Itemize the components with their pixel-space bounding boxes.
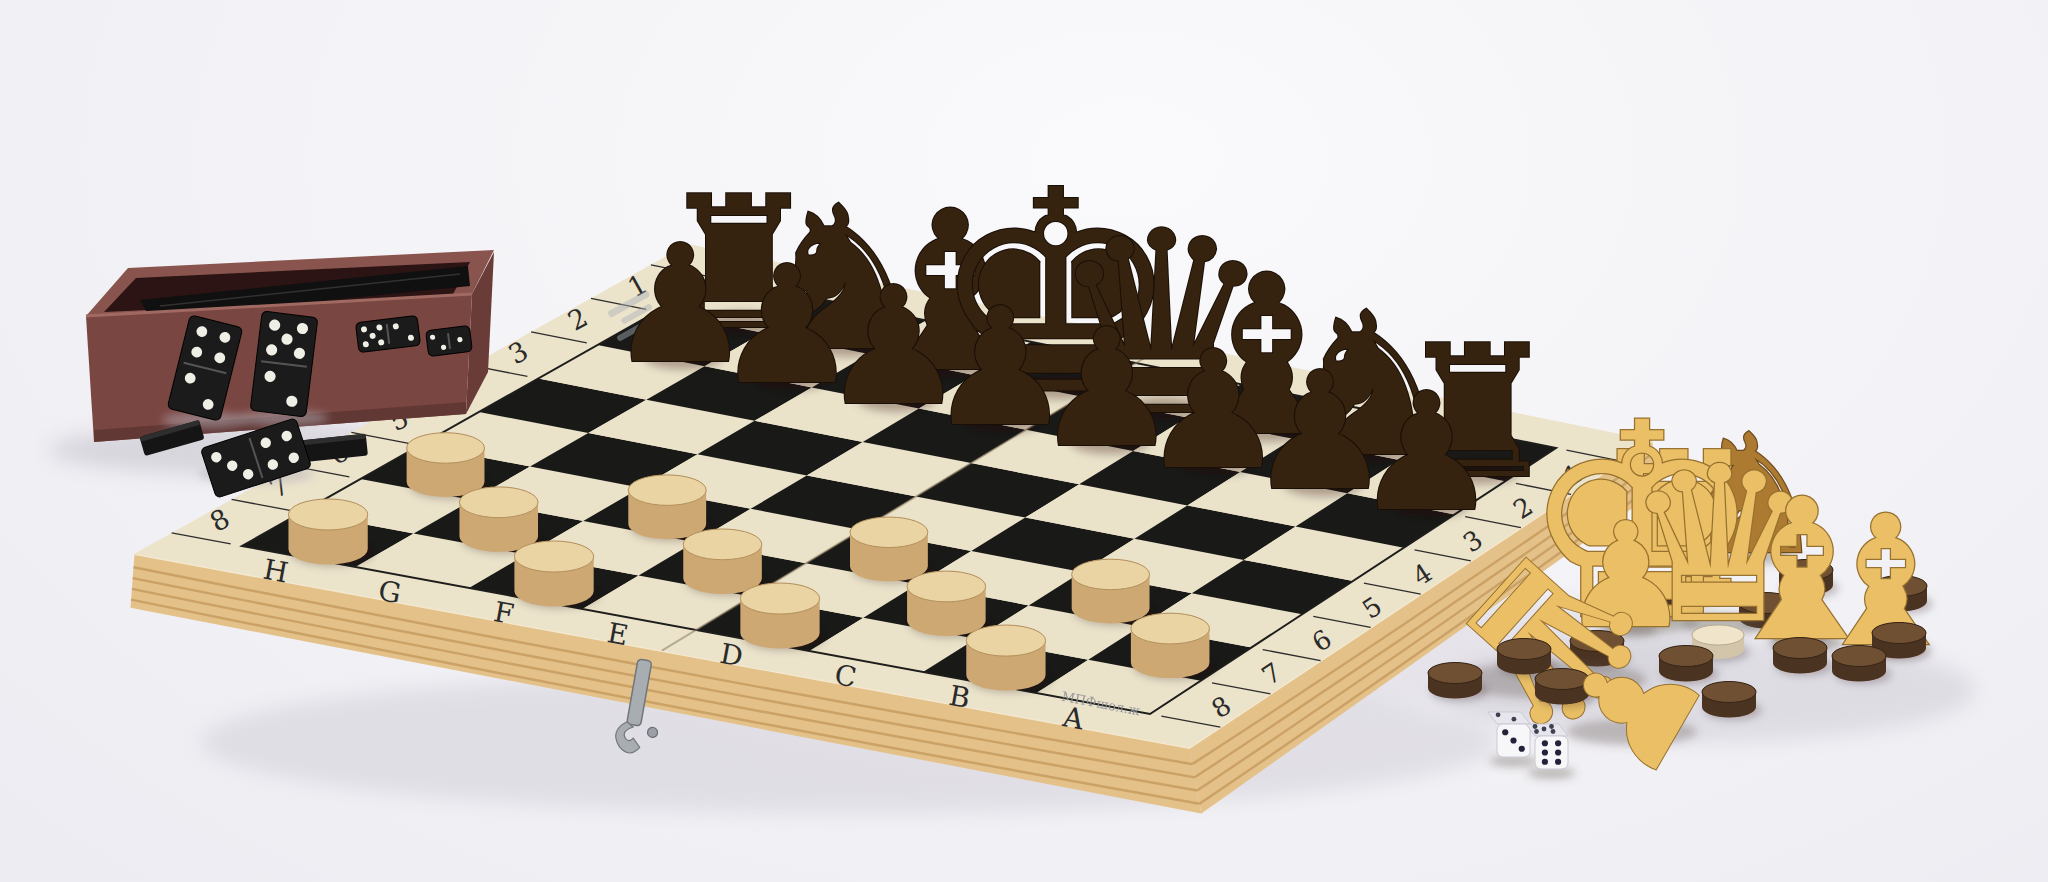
checker-man-f6 xyxy=(628,475,712,541)
checker-man-b6 xyxy=(1072,559,1156,625)
checker-man-h8 xyxy=(288,499,373,566)
checker-man-e7 xyxy=(683,529,768,595)
checker-man-h6 xyxy=(407,433,491,499)
checker-man-b8 xyxy=(966,625,1051,692)
walnut-checker-10 xyxy=(1832,646,1891,684)
chess-piece-a2-pawn: ♟ xyxy=(1354,358,1500,547)
walnut-checker-9 xyxy=(1773,638,1832,676)
checker-man-d6 xyxy=(850,517,934,583)
checker-man-f8 xyxy=(514,541,599,608)
domino-in-box-2 xyxy=(426,325,473,356)
checker-man-c7 xyxy=(907,571,992,637)
checker-man-a7 xyxy=(1131,613,1216,679)
walnut-checker-1 xyxy=(1428,663,1487,701)
photo-scene: 1122334455667788HGFEDCBAМПФшол.ж♜♞♟♝♟♚♟♛… xyxy=(0,0,2048,882)
domino-leaning-2 xyxy=(250,311,318,417)
board-and-items-canvas: 1122334455667788HGFEDCBAМПФшол.ж♜♞♟♝♟♚♟♛… xyxy=(0,0,2048,882)
checker-man-d8 xyxy=(740,583,825,650)
